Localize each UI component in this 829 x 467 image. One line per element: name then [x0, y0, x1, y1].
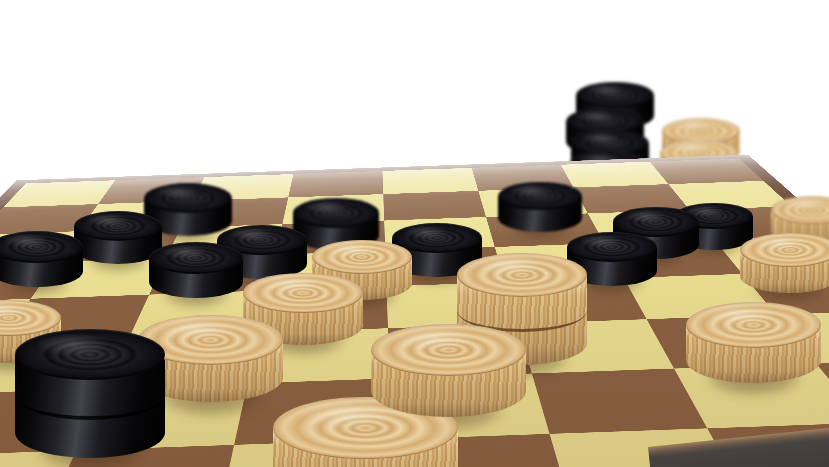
piece-top-face: [740, 233, 829, 267]
checkers-photo-scene: [0, 0, 829, 467]
checker-black-king[interactable]: [15, 329, 165, 458]
piece-top-face: [457, 253, 587, 297]
checker-wood-man[interactable]: [740, 233, 829, 293]
checker-wood-man[interactable]: [686, 302, 821, 383]
checker-black-man[interactable]: [149, 242, 243, 298]
piece-top-face: [149, 242, 243, 274]
piece-top-face: [371, 324, 526, 377]
pieces-layer: [0, 0, 829, 467]
piece-top-face: [0, 231, 83, 262]
piece-top-face: [243, 273, 363, 314]
checker-black-man[interactable]: [0, 231, 83, 286]
piece-top-face: [293, 198, 379, 227]
piece-top-face: [498, 182, 582, 211]
piece-top-face: [144, 183, 232, 213]
checker-wood-man[interactable]: [371, 324, 526, 417]
piece-top-face: [567, 232, 657, 263]
piece-top-face: [15, 329, 165, 380]
piece-top-face: [74, 211, 162, 241]
checker-black-man[interactable]: [498, 182, 582, 232]
piece-top-face: [686, 302, 821, 348]
piece-top-face: [312, 240, 412, 274]
